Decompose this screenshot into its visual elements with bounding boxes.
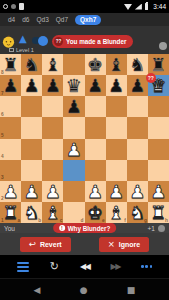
square-h2[interactable]: ♟ [148, 181, 169, 202]
square-e6[interactable] [85, 96, 106, 117]
piece-black-pawn: ♟ [2, 75, 18, 96]
square-d1[interactable]: d [63, 202, 84, 223]
rank-label: 7 [1, 91, 4, 96]
piece-white-pawn: ♟ [108, 181, 124, 202]
square-h7[interactable]: ♛?? [148, 75, 169, 96]
why-blunder-label: Why Blunder? [68, 225, 111, 232]
player-status-bar: You ! Why Blunder? +1 [0, 223, 169, 233]
status-system-icons: 3:44 [124, 3, 166, 10]
square-b8[interactable]: ♞ [21, 54, 42, 75]
square-g5[interactable] [127, 117, 148, 138]
square-d4[interactable]: ♟ [63, 139, 84, 160]
square-c2[interactable]: ♟ [42, 181, 63, 202]
square-d6[interactable]: ♟ [63, 96, 84, 117]
piece-white-pawn: ♟ [87, 181, 103, 202]
square-h4[interactable] [148, 139, 169, 160]
piece-black-pawn: ♟ [66, 96, 82, 117]
nav-recents-icon[interactable]: ■ [127, 285, 136, 295]
current-move-pill[interactable]: Qxh7 [75, 15, 101, 25]
piece-black-bishop: ♝ [108, 54, 124, 75]
square-b6[interactable] [21, 96, 42, 117]
more-options-icon[interactable] [141, 265, 152, 268]
square-f5[interactable] [106, 117, 127, 138]
piece-white-rook: ♜ [2, 202, 18, 223]
piece-white-bishop: ♝ [108, 202, 124, 223]
piece-black-pawn: ♟ [129, 75, 145, 96]
square-e2[interactable]: ♟ [85, 181, 106, 202]
square-c6[interactable] [42, 96, 63, 117]
revert-button[interactable]: ↩ Revert [20, 237, 71, 252]
square-a1[interactable]: ♜1a [0, 202, 21, 223]
square-e4[interactable] [85, 139, 106, 160]
status-notification-icons [3, 3, 24, 10]
menu-icon[interactable] [17, 262, 29, 272]
fast-forward-icon[interactable]: ▶▶ [111, 262, 120, 271]
signal-icon [135, 4, 142, 10]
square-b1[interactable]: ♞b [21, 202, 42, 223]
move-list: d4 d6 Qd3 Qd7 Qxh7 [0, 13, 169, 26]
piece-white-pawn: ♟ [66, 139, 82, 160]
advantage-value: +1 [148, 225, 155, 232]
piece-black-rook: ♜ [2, 54, 18, 75]
nav-home-icon[interactable]: ● [80, 285, 88, 295]
square-a5[interactable]: 5 [0, 117, 21, 138]
square-h5[interactable] [148, 117, 169, 138]
battery-icon [145, 3, 149, 10]
blunder-annotation-badge: ?? [146, 73, 156, 83]
move-token[interactable]: Qd3 [36, 16, 48, 23]
square-g1[interactable]: ♞g [127, 202, 148, 223]
piece-black-pawn: ♟ [108, 75, 124, 96]
notification-circle-icon [3, 4, 8, 9]
square-c7[interactable]: ♟ [42, 75, 63, 96]
square-b2[interactable]: ♟ [21, 181, 42, 202]
square-c1[interactable]: ♝c [42, 202, 63, 223]
square-h6[interactable] [148, 96, 169, 117]
square-a8[interactable]: ♜8 [0, 54, 21, 75]
piece-black-queen: ♛ [66, 75, 82, 96]
square-a6[interactable]: 6 [0, 96, 21, 117]
square-g4[interactable] [127, 139, 148, 160]
piece-black-pawn: ♟ [87, 75, 103, 96]
square-e7[interactable]: ♟ [85, 75, 106, 96]
piece-black-bishop: ♝ [45, 54, 61, 75]
computer-icon [9, 48, 14, 52]
square-g3[interactable] [127, 160, 148, 181]
square-f8[interactable]: ♝ [106, 54, 127, 75]
square-d3[interactable] [63, 160, 84, 181]
square-a3[interactable]: 3 [0, 160, 21, 181]
piece-black-pawn: ♟ [24, 75, 40, 96]
square-a7[interactable]: ♟7 [0, 75, 21, 96]
why-blunder-button[interactable]: ! Why Blunder? [53, 223, 117, 233]
rank-label: 1 [1, 218, 4, 223]
piece-black-rook: ♜ [150, 54, 166, 75]
square-e5[interactable] [85, 117, 106, 138]
square-g7[interactable]: ♟ [127, 75, 148, 96]
move-token[interactable]: d6 [22, 16, 29, 23]
wifi-icon [124, 4, 132, 10]
captured-pawn-icon [158, 225, 165, 232]
player-label: You [4, 225, 15, 232]
square-g2[interactable]: ♟ [127, 181, 148, 202]
piece-white-pawn: ♟ [2, 181, 18, 202]
rank-label: 4 [1, 154, 4, 159]
rank-label: 2 [1, 196, 4, 201]
square-d5[interactable] [63, 117, 84, 138]
engine-row: ▲ Level 1 ?? You made a Blunder [0, 26, 169, 54]
square-b3[interactable] [21, 160, 42, 181]
revert-label: Revert [40, 241, 62, 248]
android-nav-bar: ◀ ● ■ [0, 278, 169, 300]
revert-arrow-icon: ↩ [29, 240, 36, 249]
square-a4[interactable]: 4 [0, 139, 21, 160]
square-c3[interactable] [42, 160, 63, 181]
piece-black-king: ♚ [87, 54, 103, 75]
ignore-button[interactable]: × Ignore [99, 237, 150, 252]
square-b7[interactable]: ♟ [21, 75, 42, 96]
engine-level: Level 1 [9, 47, 34, 53]
close-x-icon: × [108, 240, 115, 249]
square-e3[interactable] [85, 160, 106, 181]
square-f7[interactable]: ♟ [106, 75, 127, 96]
square-c4[interactable] [42, 139, 63, 160]
square-f3[interactable] [106, 160, 127, 181]
status-bar: 3:44 [0, 0, 169, 13]
notification-dot-icon [11, 4, 16, 9]
square-c8[interactable]: ♝ [42, 54, 63, 75]
square-a2[interactable]: ♟2 [0, 181, 21, 202]
blunder-banner-text: You made a Blunder [66, 38, 126, 45]
rank-label: 3 [1, 175, 4, 180]
square-g6[interactable] [127, 96, 148, 117]
rewind-icon[interactable]: ◀◀ [80, 262, 89, 271]
piece-white-king: ♚ [87, 202, 103, 223]
clock: 3:44 [153, 3, 166, 10]
square-b5[interactable] [21, 117, 42, 138]
blunder-actions: ↩ Revert × Ignore [0, 233, 169, 255]
piece-white-pawn: ♟ [150, 181, 166, 202]
sd-card-icon [19, 3, 24, 10]
rank-label: 8 [1, 70, 4, 75]
game-toolbar: ↻ ◀◀ ▶▶ [0, 255, 169, 278]
square-f4[interactable] [106, 139, 127, 160]
rank-label: 6 [1, 112, 4, 117]
gray-dot-icon [159, 42, 167, 50]
blunder-badge-icon: ?? [54, 37, 63, 46]
square-c5[interactable] [42, 117, 63, 138]
square-h1[interactable]: ♜h [148, 202, 169, 223]
restart-loop-icon[interactable]: ↻ [50, 260, 59, 273]
square-d2[interactable] [63, 181, 84, 202]
app-screen: 3:44 d4 d6 Qd3 Qd7 Qxh7 ▲ Level 1 ?? [0, 0, 169, 300]
square-d7[interactable]: ♛ [63, 75, 84, 96]
piece-black-pawn: ♟ [45, 75, 61, 96]
square-d8[interactable] [63, 54, 84, 75]
square-f2[interactable]: ♟ [106, 181, 127, 202]
square-h3[interactable] [148, 160, 169, 181]
warning-triangle-icon: ▲ [19, 33, 27, 44]
square-b4[interactable] [21, 139, 42, 160]
move-token[interactable]: Qd7 [56, 16, 68, 23]
square-f6[interactable] [106, 96, 127, 117]
material-advantage: +1 [148, 225, 165, 232]
square-f1[interactable]: ♝f [106, 202, 127, 223]
exclamation-circle-icon: ! [59, 225, 66, 232]
piece-black-knight: ♞ [24, 54, 40, 75]
piece-white-pawn: ♟ [24, 181, 40, 202]
piece-white-bishop: ♝ [45, 202, 61, 223]
toggle-knob [38, 36, 48, 46]
square-g8[interactable]: ♞ [127, 54, 148, 75]
blunder-banner: ?? You made a Blunder [52, 35, 133, 48]
piece-white-pawn: ♟ [45, 181, 61, 202]
rank-label: 5 [1, 133, 4, 138]
nav-back-icon[interactable]: ◀ [34, 285, 41, 295]
move-token[interactable]: d4 [8, 16, 15, 23]
piece-white-pawn: ♟ [129, 181, 145, 202]
square-e8[interactable]: ♚ [85, 54, 106, 75]
engine-level-label: Level 1 [16, 47, 34, 53]
chess-board: ♜8♞♝♚♝♞♜♟7♟♟♛♟♟♟♛??6♟54♟3♟2♟♟♟♟♟♟♜1a♞b♝c… [0, 54, 169, 223]
engine-avatar-baby-icon[interactable] [2, 34, 15, 47]
square-e1[interactable]: ♚e [85, 202, 106, 223]
engine-toggle[interactable] [32, 37, 47, 44]
square-h8[interactable]: ♜ [148, 54, 169, 75]
ignore-label: Ignore [119, 241, 140, 248]
piece-black-knight: ♞ [129, 54, 145, 75]
